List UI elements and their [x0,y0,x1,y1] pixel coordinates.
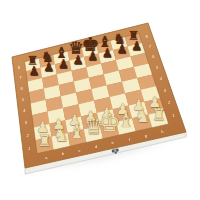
coord-file-h: h [161,129,163,134]
coord-file-d: d [95,144,97,149]
product-photo: abcdefgh8877665544332211 ♜♞♝♛♚♝♞♜♟♟♟♟♟♟♟… [0,0,200,200]
coord-file-c: c [78,148,80,153]
chess-board: abcdefgh8877665544332211 [0,0,200,200]
coord-file-g: g [145,133,147,138]
